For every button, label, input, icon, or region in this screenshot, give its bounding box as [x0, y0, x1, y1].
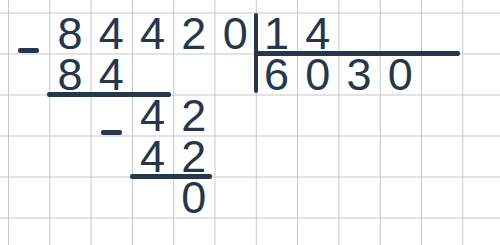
subtraction-underline-84 — [47, 92, 171, 97]
digit-cell: 1 — [256, 13, 297, 54]
digit-cell: 4 — [91, 54, 132, 95]
minus-sign — [18, 48, 39, 53]
digit-cell: 2 — [173, 95, 214, 136]
digit-cell: 0 — [297, 54, 338, 95]
digit-cell: 4 — [132, 136, 173, 177]
digit-cell: 0 — [380, 54, 421, 95]
digit-cell: 0 — [173, 177, 214, 218]
digit-cell: 2 — [173, 136, 214, 177]
minus-sign — [101, 130, 122, 135]
digit-cell: 4 — [91, 13, 132, 54]
divisor-corner-horizontal-line — [254, 51, 461, 56]
digit-cell: 4 — [132, 95, 173, 136]
digit-cell: 3 — [338, 54, 379, 95]
digit-cell: 8 — [49, 13, 90, 54]
digit-cell: 4 — [297, 13, 338, 54]
digit-cell: 4 — [132, 13, 173, 54]
long-division-worksheet: 844201484603042420 — [0, 0, 500, 245]
digit-cell: 8 — [49, 54, 90, 95]
digit-cell: 0 — [215, 13, 256, 54]
subtraction-underline-42 — [130, 174, 213, 179]
digit-cell: 2 — [173, 13, 214, 54]
digit-cell: 6 — [256, 54, 297, 95]
